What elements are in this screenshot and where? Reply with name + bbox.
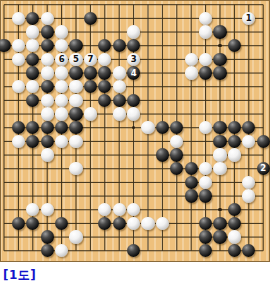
black-stone: [41, 230, 54, 243]
white-stone: [41, 148, 54, 161]
black-stone: [185, 176, 198, 189]
white-stone: [55, 25, 68, 38]
white-stone: [199, 25, 212, 38]
white-stone: [127, 107, 140, 120]
white-stone: [12, 53, 25, 66]
white-stone: [41, 66, 54, 79]
white-stone: [185, 53, 198, 66]
white-stone: [69, 94, 82, 107]
white-stone: [84, 107, 97, 120]
white-stone: [41, 107, 54, 120]
black-stone: [113, 94, 126, 107]
black-stone: [199, 66, 212, 79]
black-stone: [213, 25, 226, 38]
white-stone: [141, 217, 154, 230]
black-stone: [69, 66, 82, 79]
white-stone-move-5: 5: [69, 53, 82, 66]
white-stone: [69, 162, 82, 175]
black-stone: [41, 25, 54, 38]
white-stone: [41, 94, 54, 107]
white-stone: [41, 53, 54, 66]
black-stone-move-4: 4: [127, 66, 140, 79]
white-stone: [69, 80, 82, 93]
black-stone: [69, 39, 82, 52]
black-stone: [228, 217, 241, 230]
white-stone: [55, 107, 68, 120]
black-stone: [213, 230, 226, 243]
black-stone: [257, 135, 270, 148]
black-stone: [113, 217, 126, 230]
white-stone-move-7: 7: [84, 53, 97, 66]
black-stone: [213, 66, 226, 79]
caption-bar: [1도]: [0, 262, 270, 289]
black-stone: [156, 148, 169, 161]
white-stone: [12, 12, 25, 25]
white-stone: [55, 66, 68, 79]
black-stone: [228, 135, 241, 148]
white-stone: [113, 66, 126, 79]
black-stone: [185, 189, 198, 202]
white-stone: [213, 162, 226, 175]
white-stone: [213, 148, 226, 161]
white-stone: [69, 135, 82, 148]
black-stone: [69, 107, 82, 120]
black-stone: [199, 230, 212, 243]
white-stone: [228, 230, 241, 243]
white-stone: [228, 148, 241, 161]
black-stone: [69, 121, 82, 134]
black-stone: [84, 12, 97, 25]
white-stone: [41, 12, 54, 25]
black-stone: [199, 189, 212, 202]
white-stone: [185, 66, 198, 79]
black-stone: [213, 53, 226, 66]
white-stone: [141, 121, 154, 134]
white-stone: [127, 25, 140, 38]
go-board: 1657342: [0, 0, 270, 262]
diagram-caption: [1도]: [3, 267, 36, 284]
black-stone: [213, 121, 226, 134]
black-stone: [84, 66, 97, 79]
white-stone: [69, 230, 82, 243]
black-stone: [41, 135, 54, 148]
black-stone: [213, 135, 226, 148]
white-stone: [12, 135, 25, 148]
white-stone: [156, 217, 169, 230]
white-stone: [113, 107, 126, 120]
black-stone: [12, 217, 25, 230]
black-stone: [213, 217, 226, 230]
